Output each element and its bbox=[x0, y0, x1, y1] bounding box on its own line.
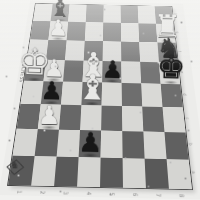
square-a5[interactable] bbox=[100, 158, 123, 188]
square-g3[interactable] bbox=[67, 22, 86, 41]
rank-label-5: 5 bbox=[108, 190, 115, 199]
square-b2[interactable] bbox=[35, 129, 59, 156]
rank-label-8: 8 bbox=[178, 191, 186, 200]
vinyl-board-sheet: ♝♟♜♞♚♟♝♟♚♟♝♟♟ 12345678 hgfedcba ©USCHESS… bbox=[0, 1, 200, 200]
chess-board[interactable]: ♝♟♜♞♚♟♝♟♚♟♝♟♟ bbox=[8, 4, 192, 190]
piece-white-pawn-g2[interactable]: ♟ bbox=[48, 17, 68, 40]
square-c5[interactable] bbox=[101, 106, 122, 131]
square-a8[interactable] bbox=[167, 159, 192, 189]
square-h6[interactable] bbox=[121, 6, 139, 24]
square-d4[interactable]: ♝ bbox=[81, 82, 102, 106]
square-a7[interactable] bbox=[145, 159, 169, 189]
square-e6[interactable] bbox=[121, 62, 141, 84]
square-d6[interactable] bbox=[122, 83, 143, 107]
file-label-e: e bbox=[179, 70, 185, 75]
rank-label-1: 1 bbox=[15, 187, 23, 196]
rank-label-4: 4 bbox=[85, 189, 92, 198]
square-d7[interactable] bbox=[141, 83, 162, 107]
piece-black-king-e8[interactable]: ♚ bbox=[156, 51, 186, 84]
rank-label-6: 6 bbox=[132, 190, 139, 199]
file-label-c: c bbox=[185, 115, 191, 121]
file-label-a: a bbox=[191, 169, 198, 176]
photo: ♝♟♜♞♚♟♝♟♚♟♝♟♟ 12345678 hgfedcba ©USCHESS… bbox=[0, 0, 200, 200]
rank-label-3: 3 bbox=[62, 188, 70, 197]
square-b5[interactable] bbox=[101, 131, 123, 159]
file-label-h: h bbox=[173, 12, 178, 16]
square-c8[interactable] bbox=[163, 107, 186, 132]
square-h5[interactable] bbox=[103, 5, 121, 23]
square-a4[interactable] bbox=[77, 157, 101, 187]
square-b4[interactable]: ♟ bbox=[79, 130, 102, 158]
square-g4[interactable] bbox=[85, 22, 104, 41]
square-f6[interactable] bbox=[121, 42, 140, 62]
file-label-d: d bbox=[182, 92, 188, 98]
square-g5[interactable] bbox=[103, 23, 121, 42]
square-d8[interactable] bbox=[161, 84, 183, 108]
square-h4[interactable] bbox=[86, 5, 104, 23]
square-a6[interactable] bbox=[123, 158, 146, 188]
square-a3[interactable] bbox=[54, 157, 79, 187]
file-label-f: f bbox=[177, 49, 182, 54]
square-b8[interactable] bbox=[164, 132, 188, 160]
square-c7[interactable] bbox=[142, 107, 164, 132]
piece-black-pawn-b4[interactable]: ♟ bbox=[78, 130, 103, 157]
square-g6[interactable] bbox=[121, 23, 139, 42]
square-e8[interactable]: ♚ bbox=[159, 62, 180, 84]
piece-white-pawn-c2[interactable]: ♟ bbox=[37, 103, 61, 129]
piece-white-bishop-d4[interactable]: ♝ bbox=[76, 69, 108, 105]
square-a2[interactable] bbox=[31, 156, 56, 186]
scene: ♝♟♜♞♚♟♝♟♚♟♝♟♟ 12345678 hgfedcba ©USCHESS… bbox=[0, 0, 200, 200]
rank-label-2: 2 bbox=[38, 188, 46, 197]
square-c2[interactable]: ♟ bbox=[38, 104, 61, 129]
square-b7[interactable] bbox=[143, 132, 166, 160]
knight-logo-icon: ♞ bbox=[7, 161, 24, 171]
square-b3[interactable] bbox=[57, 130, 80, 158]
rank-label-7: 7 bbox=[155, 191, 163, 200]
file-label-g: g bbox=[175, 30, 180, 34]
file-label-b: b bbox=[187, 141, 193, 147]
square-g2[interactable]: ♟ bbox=[48, 21, 68, 40]
square-b6[interactable] bbox=[122, 131, 144, 159]
square-c6[interactable] bbox=[122, 106, 143, 131]
